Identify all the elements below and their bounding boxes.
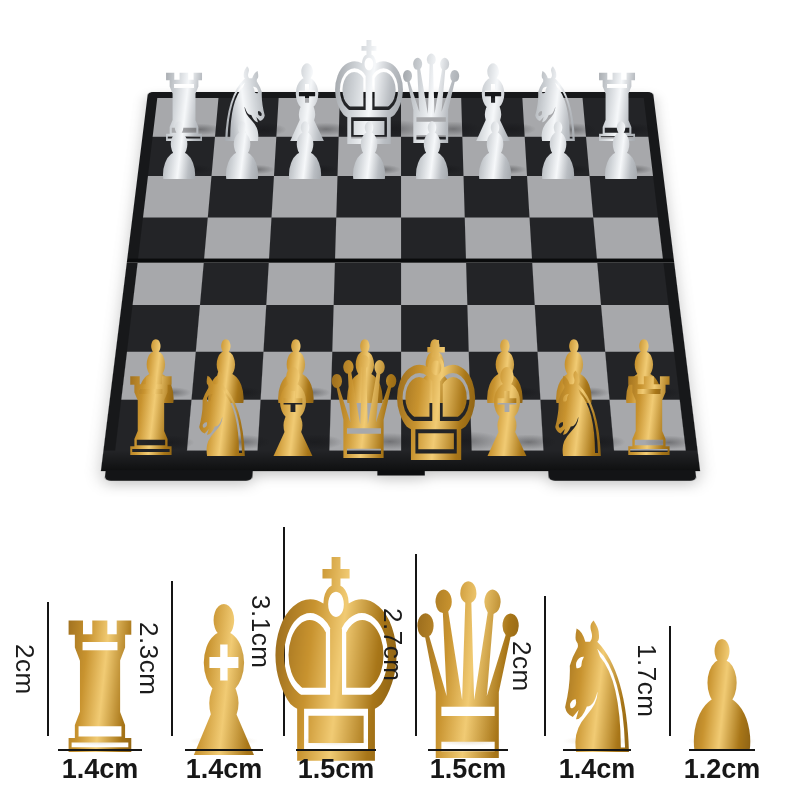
square-e8 (400, 98, 462, 136)
square-a5 (137, 217, 206, 260)
square-f2 (468, 351, 539, 399)
square-a2 (121, 351, 195, 399)
board-clasp (377, 470, 425, 475)
height-line (47, 602, 49, 736)
square-d6 (336, 176, 400, 217)
height-line (669, 626, 671, 736)
base-line (689, 749, 755, 751)
square-d4 (333, 260, 400, 305)
square-d1 (329, 400, 400, 451)
board-fold-seam (126, 259, 673, 263)
square-d7 (337, 136, 400, 176)
square-d2 (330, 351, 400, 399)
square-a6 (143, 176, 211, 217)
square-e2 (400, 351, 470, 399)
square-f7 (462, 136, 526, 176)
size-chart: 2cm ♜ 1.4cm 2.3cm ♝ 1.4cm 3.1cm ♚ 1.5cm … (0, 480, 800, 800)
height-line (544, 596, 546, 736)
square-h1 (609, 400, 685, 451)
square-c6 (271, 176, 337, 217)
square-g8 (522, 98, 586, 136)
square-e6 (400, 176, 464, 217)
square-d5 (334, 217, 400, 260)
square-h5 (593, 217, 662, 260)
square-a3 (127, 305, 200, 352)
square-c3 (263, 305, 333, 352)
square-g1 (540, 400, 614, 451)
square-h6 (589, 176, 657, 217)
base-label: 1.2cm (612, 754, 800, 785)
chessboard (100, 92, 699, 471)
square-c8 (276, 98, 339, 136)
square-f3 (467, 305, 537, 352)
square-f8 (461, 98, 524, 136)
square-e3 (400, 305, 468, 352)
square-h2 (605, 351, 679, 399)
square-c7 (274, 136, 338, 176)
square-a1 (115, 400, 191, 451)
square-b7 (211, 136, 277, 176)
square-f4 (466, 260, 534, 305)
height-label: 2cm (3, 602, 45, 736)
square-g4 (531, 260, 601, 305)
square-h3 (601, 305, 674, 352)
square-b2 (191, 351, 264, 399)
square-h4 (597, 260, 668, 305)
board-front-edge (100, 451, 699, 472)
square-b6 (207, 176, 274, 217)
square-h8 (582, 98, 647, 136)
square-g2 (537, 351, 610, 399)
square-c4 (266, 260, 334, 305)
square-f5 (464, 217, 531, 260)
square-b8 (214, 98, 278, 136)
height-label: 2.3cm (127, 581, 169, 736)
square-d8 (338, 98, 400, 136)
square-g3 (534, 305, 605, 352)
square-e1 (400, 400, 471, 451)
pawn-glyph: ♟ (680, 622, 764, 774)
square-g5 (529, 217, 597, 260)
square-b4 (199, 260, 269, 305)
square-e5 (400, 217, 466, 260)
square-f1 (470, 400, 543, 451)
square-a7 (147, 136, 214, 176)
square-c5 (269, 217, 336, 260)
size-figure-pawn: 1.7cm ♟ 1.2cm (612, 480, 800, 800)
square-d3 (332, 305, 400, 352)
board-squares (115, 98, 686, 450)
square-g7 (524, 136, 590, 176)
square-e4 (400, 260, 467, 305)
square-c2 (260, 351, 331, 399)
product-image: ♜♞♝♚♛♝♞♜♟♟♟♟♟♟♟♟♟♟♟♟♟♟♟♟♜♞♝♛♚♝♞♜ 2cm ♜ 1… (0, 0, 800, 800)
square-e7 (400, 136, 463, 176)
square-b1 (186, 400, 260, 451)
square-f6 (463, 176, 529, 217)
height-label: 1.7cm (625, 626, 667, 736)
square-b3 (195, 305, 266, 352)
square-b5 (203, 217, 271, 260)
square-a4 (132, 260, 203, 305)
square-h7 (586, 136, 653, 176)
height-label: 2cm (500, 596, 542, 736)
square-a8 (152, 98, 217, 136)
square-g6 (526, 176, 593, 217)
square-c1 (257, 400, 330, 451)
